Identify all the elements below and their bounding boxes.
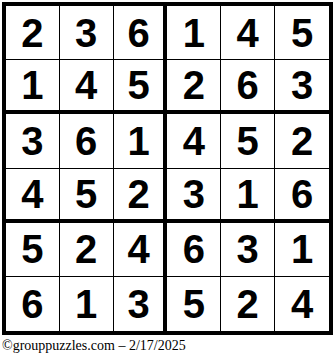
cell-r5c2: 2 [60, 223, 114, 277]
cell-r2c6: 3 [275, 60, 329, 114]
cell-r4c2: 5 [60, 169, 114, 223]
cell-r6c5: 2 [221, 277, 275, 331]
cell-r2c2: 4 [60, 60, 114, 114]
cell-r6c3: 3 [114, 277, 168, 331]
cell-r1c2: 3 [60, 6, 114, 60]
cell-r1c6: 5 [275, 6, 329, 60]
cell-r1c4: 1 [167, 6, 221, 60]
cell-r4c1: 4 [6, 169, 60, 223]
cell-r1c5: 4 [221, 6, 275, 60]
cell-r5c5: 3 [221, 223, 275, 277]
cell-r3c1: 3 [6, 114, 60, 168]
cell-r2c1: 1 [6, 60, 60, 114]
cell-r4c5: 1 [221, 169, 275, 223]
cell-r3c5: 5 [221, 114, 275, 168]
cell-r3c2: 6 [60, 114, 114, 168]
cell-r2c3: 5 [114, 60, 168, 114]
cell-r5c3: 4 [114, 223, 168, 277]
cell-r5c1: 5 [6, 223, 60, 277]
cell-r3c4: 4 [167, 114, 221, 168]
cell-r5c6: 1 [275, 223, 329, 277]
cell-r2c4: 2 [167, 60, 221, 114]
cell-r4c6: 6 [275, 169, 329, 223]
cell-r3c3: 1 [114, 114, 168, 168]
cell-r6c2: 1 [60, 277, 114, 331]
cell-r5c4: 6 [167, 223, 221, 277]
cell-r6c6: 4 [275, 277, 329, 331]
cell-r6c4: 5 [167, 277, 221, 331]
copyright-text: ©grouppuzzles.com – 2/17/2025 [2, 338, 186, 354]
cell-r1c1: 2 [6, 6, 60, 60]
cell-r4c4: 3 [167, 169, 221, 223]
cell-r3c6: 2 [275, 114, 329, 168]
cell-r2c5: 6 [221, 60, 275, 114]
cell-r4c3: 2 [114, 169, 168, 223]
cell-r6c1: 6 [6, 277, 60, 331]
sudoku-board: 236145145263361452452316524631613524 [2, 2, 333, 335]
cell-r1c3: 6 [114, 6, 168, 60]
